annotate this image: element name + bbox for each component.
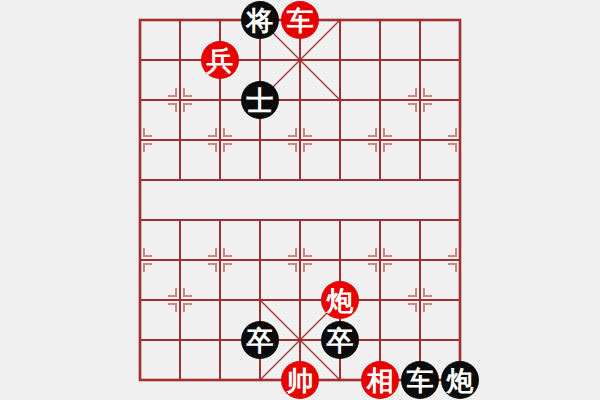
piece-glyph: 炮: [447, 367, 474, 394]
piece-glyph: 相: [367, 367, 394, 394]
piece-glyph: 士: [247, 87, 274, 114]
piece-glyph: 将: [247, 7, 274, 34]
piece-black-cannon[interactable]: 炮: [441, 361, 479, 399]
piece-glyph: 车: [287, 7, 314, 34]
piece-glyph: 帅: [287, 367, 314, 394]
piece-red-chariot[interactable]: 车: [281, 1, 319, 39]
piece-red-general[interactable]: 帅: [281, 361, 319, 399]
piece-glyph: 兵: [207, 47, 234, 74]
piece-glyph: 炮: [327, 287, 354, 314]
xiangqi-board-area: 将车兵士炮卒卒帅相车炮: [0, 0, 600, 400]
piece-black-general[interactable]: 将: [241, 1, 279, 39]
piece-black-advisor[interactable]: 士: [241, 81, 279, 119]
piece-red-elephant[interactable]: 相: [361, 361, 399, 399]
piece-black-pawn-2[interactable]: 卒: [321, 321, 359, 359]
piece-black-pawn-1[interactable]: 卒: [241, 321, 279, 359]
piece-glyph: 车: [407, 367, 434, 394]
piece-glyph: 卒: [327, 327, 354, 354]
piece-red-pawn[interactable]: 兵: [201, 41, 239, 79]
piece-glyph: 卒: [247, 327, 274, 354]
piece-grid: 将车兵士炮卒卒帅相车炮: [120, 0, 480, 400]
piece-black-chariot[interactable]: 车: [401, 361, 439, 399]
piece-red-cannon[interactable]: 炮: [321, 281, 359, 319]
